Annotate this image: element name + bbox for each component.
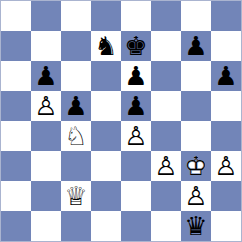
square-b6[interactable]: ♟ <box>31 61 61 91</box>
piece-black-pawn[interactable]: ♟ <box>61 91 91 121</box>
piece-white-queen[interactable]: ♛♕ <box>61 181 91 211</box>
square-d8[interactable] <box>91 1 121 31</box>
piece-outline-layer: ♙ <box>121 121 151 151</box>
board-frame: ♞♚♟♟♟♟♟♙♟♟♞♘♟♙♟♙♚♔♟♙♛♕♟♙♛ <box>0 0 242 242</box>
square-a6[interactable] <box>1 61 31 91</box>
square-g3[interactable]: ♚♔ <box>181 151 211 181</box>
square-c6[interactable] <box>61 61 91 91</box>
piece-outline-layer: ♕ <box>61 181 91 211</box>
piece-outline-layer: ♘ <box>61 121 91 151</box>
square-e4[interactable]: ♟♙ <box>121 121 151 151</box>
piece-white-pawn[interactable]: ♟♙ <box>31 91 61 121</box>
square-d3[interactable] <box>91 151 121 181</box>
piece-black-pawn[interactable]: ♟ <box>211 61 241 91</box>
square-d2[interactable] <box>91 181 121 211</box>
piece-black-pawn[interactable]: ♟ <box>121 91 151 121</box>
square-d7[interactable]: ♞ <box>91 31 121 61</box>
square-h8[interactable] <box>211 1 241 31</box>
square-e1[interactable] <box>121 211 151 241</box>
square-g8[interactable] <box>181 1 211 31</box>
square-b1[interactable] <box>31 211 61 241</box>
square-h5[interactable] <box>211 91 241 121</box>
square-g7[interactable]: ♟ <box>181 31 211 61</box>
piece-white-pawn[interactable]: ♟♙ <box>151 151 181 181</box>
piece-white-knight[interactable]: ♞♘ <box>61 121 91 151</box>
piece-black-pawn[interactable]: ♟ <box>121 61 151 91</box>
piece-outline-layer: ♙ <box>181 181 211 211</box>
square-a4[interactable] <box>1 121 31 151</box>
piece-white-pawn[interactable]: ♟♙ <box>121 121 151 151</box>
square-b4[interactable] <box>31 121 61 151</box>
square-f8[interactable] <box>151 1 181 31</box>
square-g4[interactable] <box>181 121 211 151</box>
piece-outline-layer: ♙ <box>151 151 181 181</box>
square-e2[interactable] <box>121 181 151 211</box>
piece-outline-layer: ♙ <box>211 151 241 181</box>
square-b2[interactable] <box>31 181 61 211</box>
square-d6[interactable] <box>91 61 121 91</box>
square-f1[interactable] <box>151 211 181 241</box>
square-a5[interactable] <box>1 91 31 121</box>
square-f6[interactable] <box>151 61 181 91</box>
square-d5[interactable] <box>91 91 121 121</box>
square-b7[interactable] <box>31 31 61 61</box>
square-e7[interactable]: ♚ <box>121 31 151 61</box>
square-f7[interactable] <box>151 31 181 61</box>
piece-black-queen[interactable]: ♛ <box>181 211 211 241</box>
square-a2[interactable] <box>1 181 31 211</box>
square-a1[interactable] <box>1 211 31 241</box>
piece-black-knight[interactable]: ♞ <box>91 31 121 61</box>
piece-white-pawn[interactable]: ♟♙ <box>181 181 211 211</box>
piece-black-king[interactable]: ♚ <box>121 31 151 61</box>
square-e6[interactable]: ♟ <box>121 61 151 91</box>
square-g2[interactable]: ♟♙ <box>181 181 211 211</box>
piece-white-pawn[interactable]: ♟♙ <box>211 151 241 181</box>
square-h3[interactable]: ♟♙ <box>211 151 241 181</box>
square-h6[interactable]: ♟ <box>211 61 241 91</box>
square-b5[interactable]: ♟♙ <box>31 91 61 121</box>
square-f4[interactable] <box>151 121 181 151</box>
square-d1[interactable] <box>91 211 121 241</box>
square-h4[interactable] <box>211 121 241 151</box>
piece-black-pawn[interactable]: ♟ <box>31 61 61 91</box>
square-h7[interactable] <box>211 31 241 61</box>
square-a3[interactable] <box>1 151 31 181</box>
piece-black-pawn[interactable]: ♟ <box>181 31 211 61</box>
piece-outline-layer: ♔ <box>181 151 211 181</box>
piece-outline-layer: ♙ <box>31 91 61 121</box>
square-a7[interactable] <box>1 31 31 61</box>
square-f3[interactable]: ♟♙ <box>151 151 181 181</box>
square-b3[interactable] <box>31 151 61 181</box>
piece-white-king[interactable]: ♚♔ <box>181 151 211 181</box>
square-g6[interactable] <box>181 61 211 91</box>
square-c4[interactable]: ♞♘ <box>61 121 91 151</box>
square-h1[interactable] <box>211 211 241 241</box>
square-b8[interactable] <box>31 1 61 31</box>
square-e5[interactable]: ♟ <box>121 91 151 121</box>
chess-board: ♞♚♟♟♟♟♟♙♟♟♞♘♟♙♟♙♚♔♟♙♛♕♟♙♛ <box>1 1 241 241</box>
square-h2[interactable] <box>211 181 241 211</box>
square-c7[interactable] <box>61 31 91 61</box>
square-d4[interactable] <box>91 121 121 151</box>
square-g1[interactable]: ♛ <box>181 211 211 241</box>
square-c2[interactable]: ♛♕ <box>61 181 91 211</box>
square-c8[interactable] <box>61 1 91 31</box>
square-e8[interactable] <box>121 1 151 31</box>
square-f5[interactable] <box>151 91 181 121</box>
square-c3[interactable] <box>61 151 91 181</box>
square-c5[interactable]: ♟ <box>61 91 91 121</box>
square-a8[interactable] <box>1 1 31 31</box>
square-g5[interactable] <box>181 91 211 121</box>
square-e3[interactable] <box>121 151 151 181</box>
square-f2[interactable] <box>151 181 181 211</box>
square-c1[interactable] <box>61 211 91 241</box>
